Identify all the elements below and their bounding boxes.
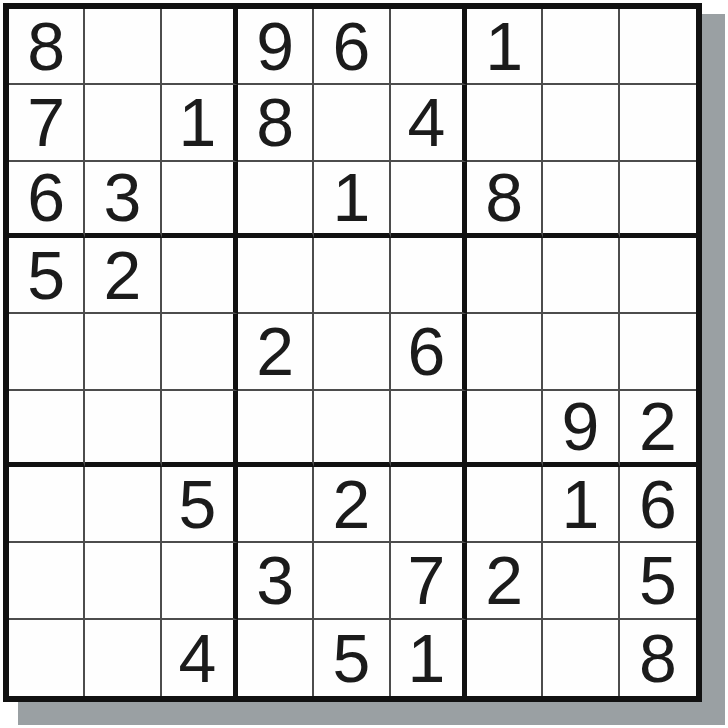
cell-r9c1[interactable]	[9, 620, 85, 696]
cell-r4c3[interactable]	[162, 238, 238, 314]
cell-r4c7[interactable]	[467, 238, 543, 314]
cell-r8c1[interactable]	[9, 543, 85, 619]
cell-r8c4: 3	[238, 543, 314, 619]
cell-r1c7: 1	[467, 9, 543, 85]
cell-r5c2[interactable]	[85, 314, 161, 390]
cell-r7c9: 6	[620, 467, 696, 543]
cell-r2c4: 8	[238, 85, 314, 161]
cell-r2c9[interactable]	[620, 85, 696, 161]
cell-r9c4[interactable]	[238, 620, 314, 696]
cell-r2c3: 1	[162, 85, 238, 161]
cell-r5c8[interactable]	[543, 314, 619, 390]
cell-r6c5[interactable]	[314, 391, 390, 467]
cell-r2c7[interactable]	[467, 85, 543, 161]
cell-r4c4[interactable]	[238, 238, 314, 314]
cell-r5c7[interactable]	[467, 314, 543, 390]
cell-r5c6: 6	[391, 314, 467, 390]
cell-r6c9: 2	[620, 391, 696, 467]
cell-r6c4[interactable]	[238, 391, 314, 467]
cell-r1c8[interactable]	[543, 9, 619, 85]
cell-r7c4[interactable]	[238, 467, 314, 543]
cell-r6c3[interactable]	[162, 391, 238, 467]
cell-r8c7: 2	[467, 543, 543, 619]
cell-r4c1: 5	[9, 238, 85, 314]
cell-r2c8[interactable]	[543, 85, 619, 161]
cell-r8c9: 5	[620, 543, 696, 619]
cell-r4c8[interactable]	[543, 238, 619, 314]
cell-r6c6[interactable]	[391, 391, 467, 467]
cell-r7c8: 1	[543, 467, 619, 543]
cell-r5c5[interactable]	[314, 314, 390, 390]
cell-r3c4[interactable]	[238, 162, 314, 238]
cell-r6c7[interactable]	[467, 391, 543, 467]
cell-r8c2[interactable]	[85, 543, 161, 619]
cell-r3c7: 8	[467, 162, 543, 238]
cell-r3c2: 3	[85, 162, 161, 238]
cell-r3c8[interactable]	[543, 162, 619, 238]
cell-r1c4: 9	[238, 9, 314, 85]
cell-r2c2[interactable]	[85, 85, 161, 161]
cell-r1c1: 8	[9, 9, 85, 85]
cell-r7c1[interactable]	[9, 467, 85, 543]
cell-r9c9: 8	[620, 620, 696, 696]
cell-r4c9[interactable]	[620, 238, 696, 314]
cell-r2c1: 7	[9, 85, 85, 161]
cell-r5c3[interactable]	[162, 314, 238, 390]
cell-r6c1[interactable]	[9, 391, 85, 467]
cell-r2c5[interactable]	[314, 85, 390, 161]
cell-r9c2[interactable]	[85, 620, 161, 696]
cell-r7c3: 5	[162, 467, 238, 543]
cell-r9c3: 4	[162, 620, 238, 696]
cell-r1c3[interactable]	[162, 9, 238, 85]
cell-r3c3[interactable]	[162, 162, 238, 238]
sudoku-page: 896171846318522692521637254518	[0, 0, 728, 728]
cell-r5c4: 2	[238, 314, 314, 390]
sudoku-board: 896171846318522692521637254518	[3, 3, 702, 702]
cell-r7c2[interactable]	[85, 467, 161, 543]
cell-r1c9[interactable]	[620, 9, 696, 85]
cell-r8c8[interactable]	[543, 543, 619, 619]
cell-r5c9[interactable]	[620, 314, 696, 390]
cell-r9c6: 1	[391, 620, 467, 696]
cell-r8c6: 7	[391, 543, 467, 619]
cell-r6c2[interactable]	[85, 391, 161, 467]
cell-r9c5: 5	[314, 620, 390, 696]
cell-r3c9[interactable]	[620, 162, 696, 238]
cell-r7c6[interactable]	[391, 467, 467, 543]
cell-r5c1[interactable]	[9, 314, 85, 390]
cell-r8c5[interactable]	[314, 543, 390, 619]
cell-r4c6[interactable]	[391, 238, 467, 314]
cell-r4c5[interactable]	[314, 238, 390, 314]
cell-r3c1: 6	[9, 162, 85, 238]
cell-r3c5: 1	[314, 162, 390, 238]
cell-r6c8: 9	[543, 391, 619, 467]
cell-r7c7[interactable]	[467, 467, 543, 543]
cell-r9c7[interactable]	[467, 620, 543, 696]
cell-r8c3[interactable]	[162, 543, 238, 619]
sudoku-grid: 896171846318522692521637254518	[9, 9, 696, 696]
cell-r3c6[interactable]	[391, 162, 467, 238]
cell-r9c8[interactable]	[543, 620, 619, 696]
cell-r7c5: 2	[314, 467, 390, 543]
cell-r2c6: 4	[391, 85, 467, 161]
cell-r1c2[interactable]	[85, 9, 161, 85]
cell-r1c6[interactable]	[391, 9, 467, 85]
cell-r4c2: 2	[85, 238, 161, 314]
cell-r1c5: 6	[314, 9, 390, 85]
